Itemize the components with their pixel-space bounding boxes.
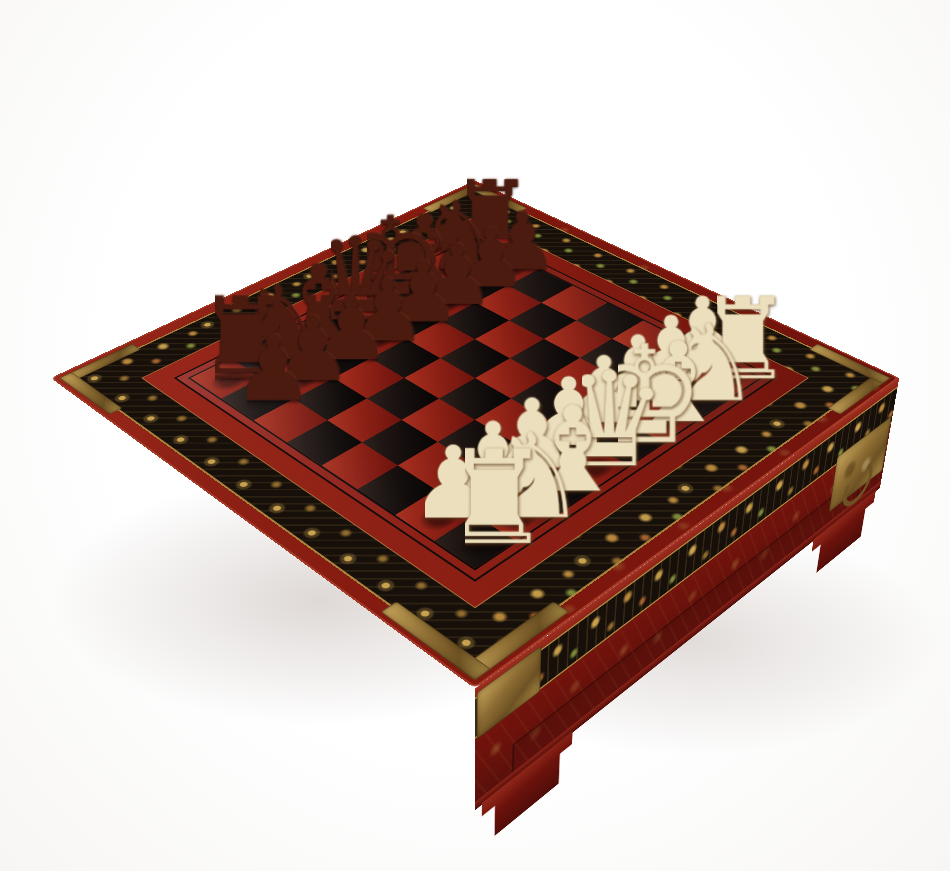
piece-white-rook[interactable]: ♜ [465,443,523,554]
scene: ♜♞♝♛♚♝♞♜♟♟♟♟♟♟♟♟♟♟♟♟♟♟♟♟♜♞♝♛♚♝♞♜ [0,0,950,871]
square-a7[interactable]: ♟ [222,378,294,420]
box-lid: ♜♞♝♛♚♝♞♜♟♟♟♟♟♟♟♟♟♟♟♟♟♟♟♟♜♞♝♛♚♝♞♜ [51,180,900,688]
piece-black-pawn[interactable]: ♟ [247,331,299,408]
chess-box: ♜♞♝♛♚♝♞♜♟♟♟♟♟♟♟♟♟♟♟♟♟♟♟♟♜♞♝♛♚♝♞♜ [51,180,900,688]
board-inner-frame: ♜♞♝♛♚♝♞♜♟♟♟♟♟♟♟♟♟♟♟♟♟♟♟♟♜♞♝♛♚♝♞♜ [174,230,776,582]
gold-floral-band: ♜♞♝♛♚♝♞♜♟♟♟♟♟♟♟♟♟♟♟♟♟♟♟♟♜♞♝♛♚♝♞♜ [73,189,876,667]
product-photo-chinese-chess-set: ♜♞♝♛♚♝♞♜♟♟♟♟♟♟♟♟♟♟♟♟♟♟♟♟♜♞♝♛♚♝♞♜ [0,0,950,871]
square-a1[interactable]: ♜ [434,515,516,569]
chessboard: ♜♞♝♛♚♝♞♜♟♟♟♟♟♟♟♟♟♟♟♟♟♟♟♟♜♞♝♛♚♝♞♜ [188,236,762,570]
